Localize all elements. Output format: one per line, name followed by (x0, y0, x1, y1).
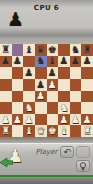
square-g2[interactable]: ♟ (70, 114, 82, 126)
undo-button[interactable]: ↶ (60, 146, 74, 158)
square-b2[interactable]: ♟ (12, 114, 24, 126)
square-d5[interactable]: ♟ (35, 79, 47, 91)
square-f8[interactable] (58, 44, 70, 56)
square-a7[interactable]: ♟ (0, 56, 12, 68)
piece-black-pawn: ♟ (48, 68, 57, 78)
lightbulb-icon (79, 162, 87, 171)
piece-black-rook: ♜ (83, 45, 92, 55)
square-e1[interactable]: ♚ (47, 125, 59, 137)
piece-black-pawn: ♟ (71, 56, 80, 66)
piece-white-rook: ♜ (83, 126, 92, 136)
footer-strip (0, 177, 93, 184)
square-f1[interactable]: ♝ (58, 125, 70, 137)
piece-white-pawn: ♟ (25, 115, 34, 125)
piece-black-queen: ♛ (36, 45, 45, 55)
piece-white-knight: ♞ (59, 103, 68, 113)
square-g8[interactable]: ♞ (70, 44, 82, 56)
piece-white-pawn: ♟ (48, 80, 57, 90)
piece-black-bishop: ♝ (25, 45, 34, 55)
piece-black-knight: ♞ (71, 45, 80, 55)
square-f7[interactable]: ♟ (58, 56, 70, 68)
piece-white-pawn: ♟ (71, 115, 80, 125)
square-h6[interactable] (81, 67, 93, 79)
square-h4[interactable] (81, 91, 93, 103)
piece-white-knight: ♞ (25, 103, 34, 113)
chess-app-screen: CPU 6 ♟ ♜♝♛♚♞♜♟♟♞♝♟♟♟♟♟♟♟♟♞♞♟♟♟♟♟♟♜♝♛♚♝♜… (0, 0, 93, 184)
square-d8[interactable]: ♛ (35, 44, 47, 56)
piece-black-knight: ♞ (36, 56, 45, 66)
piece-white-pawn: ♟ (13, 115, 22, 125)
square-c6[interactable]: ♟ (23, 67, 35, 79)
square-c2[interactable]: ♟ (23, 114, 35, 126)
square-f3[interactable]: ♞ (58, 102, 70, 114)
square-a2[interactable]: ♟ (0, 114, 12, 126)
square-c3[interactable]: ♞ (23, 102, 35, 114)
chess-board: ♜♝♛♚♞♜♟♟♞♝♟♟♟♟♟♟♟♟♞♞♟♟♟♟♟♟♜♝♛♚♝♜ (0, 44, 93, 137)
square-g4[interactable] (70, 91, 82, 103)
square-b5[interactable] (12, 79, 24, 91)
square-g5[interactable] (70, 79, 82, 91)
piece-black-king: ♚ (48, 45, 57, 55)
piece-white-pawn: ♟ (83, 115, 92, 125)
square-a6[interactable] (0, 67, 12, 79)
piece-black-rook: ♜ (1, 45, 10, 55)
square-e2[interactable] (47, 114, 59, 126)
turn-indicator-arrow (0, 157, 13, 168)
square-h8[interactable]: ♜ (81, 44, 93, 56)
square-f6[interactable] (58, 67, 70, 79)
piece-white-pawn: ♟ (1, 115, 10, 125)
piece-white-bishop: ♝ (25, 126, 34, 136)
square-e4[interactable] (47, 91, 59, 103)
square-g3[interactable] (70, 102, 82, 114)
square-d1[interactable]: ♛ (35, 125, 47, 137)
square-c8[interactable]: ♝ (23, 44, 35, 56)
square-g1[interactable] (70, 125, 82, 137)
piece-black-pawn: ♟ (59, 56, 68, 66)
square-c7[interactable] (23, 56, 35, 68)
piece-black-pawn: ♟ (13, 56, 22, 66)
square-e6[interactable]: ♟ (47, 67, 59, 79)
piece-white-rook: ♜ (1, 126, 10, 136)
square-b8[interactable] (12, 44, 24, 56)
square-a3[interactable] (0, 102, 12, 114)
piece-white-pawn: ♟ (59, 115, 68, 125)
square-a1[interactable]: ♜ (0, 125, 12, 137)
square-c4[interactable] (23, 91, 35, 103)
square-g6[interactable] (70, 67, 82, 79)
square-h2[interactable]: ♟ (81, 114, 93, 126)
square-c1[interactable]: ♝ (23, 125, 35, 137)
square-d2[interactable] (35, 114, 47, 126)
piece-black-pawn: ♟ (36, 80, 45, 90)
black-pawn-icon: ♟ (7, 10, 24, 29)
square-f4[interactable] (58, 91, 70, 103)
piece-black-bishop: ♝ (48, 56, 57, 66)
square-e8[interactable]: ♚ (47, 44, 59, 56)
square-e3[interactable] (47, 102, 59, 114)
redo-button[interactable]: ↷ (76, 146, 90, 158)
piece-white-bishop: ♝ (59, 126, 68, 136)
piece-white-pawn: ♟ (36, 91, 45, 101)
player-bar: Player ♟ ↶ ↷ (0, 143, 93, 176)
square-f5[interactable] (58, 79, 70, 91)
square-e7[interactable]: ♝ (47, 56, 59, 68)
hint-button[interactable] (76, 160, 90, 172)
square-b1[interactable] (12, 125, 24, 137)
square-c5[interactable] (23, 79, 35, 91)
square-a4[interactable] (0, 91, 12, 103)
square-g7[interactable]: ♟ (70, 56, 82, 68)
square-b6[interactable] (12, 67, 24, 79)
square-b7[interactable]: ♟ (12, 56, 24, 68)
square-a5[interactable] (0, 79, 12, 91)
square-f2[interactable]: ♟ (58, 114, 70, 126)
square-d4[interactable]: ♟ (35, 91, 47, 103)
piece-black-pawn: ♟ (1, 56, 10, 66)
square-e5[interactable]: ♟ (47, 79, 59, 91)
opponent-bar: CPU 6 ♟ (0, 0, 93, 44)
square-h5[interactable] (81, 79, 93, 91)
square-h7[interactable]: ♟ (81, 56, 93, 68)
square-b3[interactable] (12, 102, 24, 114)
piece-white-queen: ♛ (36, 126, 45, 136)
square-d3[interactable] (35, 102, 47, 114)
piece-white-king: ♚ (48, 126, 57, 136)
square-d7[interactable]: ♞ (35, 56, 47, 68)
piece-black-pawn: ♟ (83, 56, 92, 66)
piece-black-pawn: ♟ (25, 68, 34, 78)
square-d6[interactable] (35, 67, 47, 79)
square-a8[interactable]: ♜ (0, 44, 12, 56)
square-b4[interactable] (12, 91, 24, 103)
square-h3[interactable] (81, 102, 93, 114)
square-h1[interactable]: ♜ (81, 125, 93, 137)
